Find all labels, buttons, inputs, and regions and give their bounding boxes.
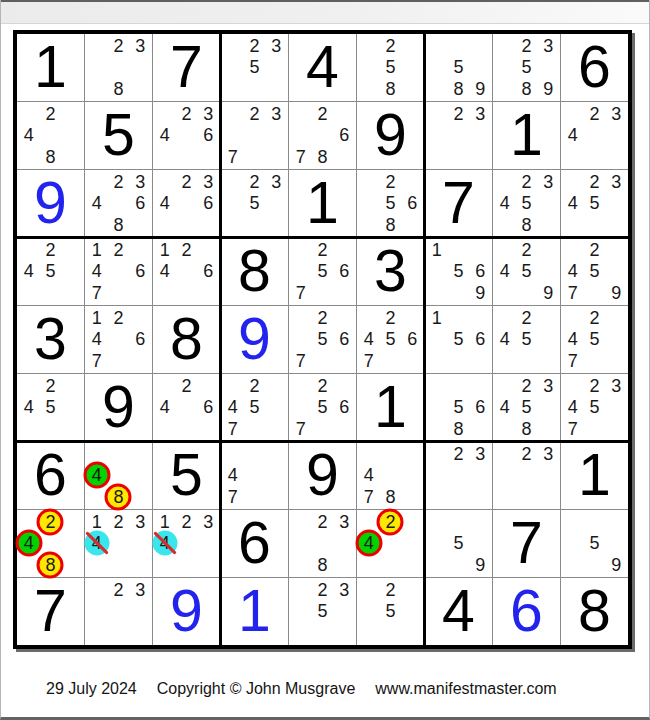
cell-r4c1[interactable]: 245: [17, 238, 84, 305]
candidate-slot-1: [290, 375, 312, 397]
given-digit: 7: [425, 170, 492, 237]
candidate-digit: 7: [364, 488, 374, 506]
candidate-digit: 2: [317, 241, 327, 259]
given-digit: 9: [289, 442, 356, 509]
candidate-slot-6: [129, 465, 151, 487]
candidate-digit: 3: [203, 173, 213, 191]
candidate-digit: 2: [45, 105, 55, 123]
cell-r6c9[interactable]: 23457: [561, 374, 628, 441]
candidate-slot-8: [312, 418, 334, 440]
candidate-digit: 2: [589, 173, 599, 191]
candidate-slot-9: [61, 418, 83, 440]
candidate-digit: 6: [339, 330, 349, 348]
candidate-grid: 24567: [358, 307, 423, 372]
candidate-slot-2: 2: [516, 35, 538, 57]
candidate-digit: 7: [296, 284, 306, 302]
candidate-slot-8: [176, 282, 198, 304]
candidate-slot-2: 2: [380, 579, 402, 601]
candidate-digit: 4: [228, 398, 238, 416]
given-digit: 5: [153, 442, 220, 509]
cell-r3c9[interactable]: 2345: [561, 170, 628, 237]
candidate-digit: 5: [589, 262, 599, 280]
cell-r6c7[interactable]: 568: [425, 374, 492, 441]
candidate-slot-2: 2: [516, 443, 538, 465]
candidate-slot-2: 2: [448, 103, 470, 125]
candidate-digit: 4: [500, 398, 510, 416]
candidate-slot-3: 3: [537, 171, 559, 193]
cell-r8c2[interactable]: 1234: [85, 510, 152, 577]
candidate-slot-1: [290, 511, 312, 533]
candidate-slot-7: 7: [222, 486, 244, 508]
candidate-slot-3: [469, 511, 491, 533]
candidate-slot-3: 3: [197, 103, 219, 125]
candidate-digit: 2: [317, 309, 327, 327]
candidate-slot-2: [380, 443, 402, 465]
candidate-slot-3: [61, 103, 83, 125]
candidate-grid: 2567: [290, 375, 355, 440]
cell-r7c2[interactable]: 48: [85, 442, 152, 509]
candidate-slot-6: [61, 261, 83, 283]
cell-r7c7[interactable]: 23: [425, 442, 492, 509]
candidate-slot-9: [265, 78, 287, 100]
candidate-slot-8: [584, 418, 606, 440]
candidate-digit: 7: [296, 352, 306, 370]
candidate-slot-1: [562, 239, 584, 261]
candidate-slot-1: [562, 171, 584, 193]
candidate-slot-3: 3: [197, 511, 219, 533]
candidate-slot-6: [333, 533, 355, 555]
cell-r5c7[interactable]: 156: [425, 306, 492, 373]
candidate-slot-1: 1: [86, 307, 108, 329]
candidate-slot-2: 2: [176, 375, 198, 397]
cell-r9c8[interactable]: 6: [493, 578, 560, 645]
cell-r1c8[interactable]: 23589: [493, 34, 560, 101]
cell-r6c1[interactable]: 245: [17, 374, 84, 441]
candidate-slot-1: [358, 579, 380, 601]
candidate-slot-2: 2: [244, 171, 266, 193]
cell-r9c2[interactable]: 23: [85, 578, 152, 645]
candidate-slot-2: 2: [108, 307, 130, 329]
candidate-slot-1: [86, 35, 108, 57]
candidate-slot-4: [358, 601, 380, 623]
candidate-slot-5: 5: [244, 397, 266, 419]
cell-r3c2[interactable]: 23468: [85, 170, 152, 237]
candidate-slot-2: 2: [108, 35, 130, 57]
cell-r5c2[interactable]: 12467: [85, 306, 152, 373]
candidate-slot-7: [426, 350, 448, 372]
candidate-slot-3: [469, 239, 491, 261]
candidate-slot-5: 5: [448, 329, 470, 351]
cell-r3c3[interactable]: 2346: [153, 170, 220, 237]
candidate-slot-3: [129, 307, 151, 329]
candidate-slot-7: 7: [358, 350, 380, 372]
candidate-digit: 6: [135, 330, 145, 348]
candidate-slot-8: [108, 622, 130, 644]
candidate-slot-4: 4: [358, 329, 380, 351]
cell-r1c4[interactable]: 235: [221, 34, 288, 101]
candidate-slot-9: [129, 350, 151, 372]
cell-r6c5[interactable]: 2567: [289, 374, 356, 441]
candidate-grid: 568: [426, 375, 491, 440]
candidate-digit: 4: [500, 330, 510, 348]
candidate-slot-3: 3: [605, 375, 627, 397]
candidate-grid: 23457: [562, 375, 627, 440]
candidate-slot-4: [358, 57, 380, 79]
candidate-grid: 248: [18, 511, 83, 576]
given-digit: 4: [289, 34, 356, 101]
candidate-digit: 9: [543, 80, 553, 98]
candidate-slot-8: 8: [312, 146, 334, 168]
candidate-slot-4: 4: [86, 465, 108, 487]
candidate-slot-5: 5: [516, 397, 538, 419]
cell-r4c7[interactable]: 1569: [425, 238, 492, 305]
sudoku-board: 1238723542585892358962485234623726789231…: [13, 30, 632, 649]
cell-r1c9[interactable]: 6: [561, 34, 628, 101]
candidate-slot-3: [61, 239, 83, 261]
cell-r8c3[interactable]: 1234: [153, 510, 220, 577]
candidate-digit: 5: [249, 194, 259, 212]
candidate-slot-4: 4: [154, 193, 176, 215]
candidate-digit: 2: [385, 37, 395, 55]
candidate-slot-3: [333, 307, 355, 329]
candidate-digit: 5: [521, 398, 531, 416]
cell-r2c4[interactable]: 237: [221, 102, 288, 169]
candidate-slot-2: 2: [176, 103, 198, 125]
cell-r7c1[interactable]: 6: [17, 442, 84, 509]
candidate-slot-7: 7: [290, 146, 312, 168]
candidate-digit: 3: [339, 581, 349, 599]
cell-r5c8[interactable]: 245: [493, 306, 560, 373]
candidate-digit: 5: [317, 262, 327, 280]
candidate-grid: 12467: [86, 239, 151, 304]
cell-r4c4[interactable]: 8: [221, 238, 288, 305]
cell-r9c9[interactable]: 8: [561, 578, 628, 645]
candidate-slot-6: 6: [469, 329, 491, 351]
candidate-digit: 2: [521, 173, 531, 191]
candidate-digit: 4: [500, 262, 510, 280]
cell-r7c4[interactable]: 47: [221, 442, 288, 509]
candidate-slot-3: [605, 307, 627, 329]
given-digit: 8: [221, 238, 288, 305]
candidate-slot-5: 5: [516, 329, 538, 351]
candidate-slot-2: [244, 443, 266, 465]
cell-r5c5[interactable]: 2567: [289, 306, 356, 373]
candidate-grid: 245: [18, 239, 83, 304]
candidate-slot-1: [426, 443, 448, 465]
candidate-digit: 2: [521, 309, 531, 327]
candidate-digit: 4: [160, 194, 170, 212]
candidate-grid: 2568: [358, 171, 423, 236]
candidate-digit: 2: [589, 309, 599, 327]
candidate-slot-7: [426, 146, 448, 168]
candidate-slot-3: 3: [129, 511, 151, 533]
candidate-digit: 4: [24, 398, 34, 416]
candidate-digit: 6: [203, 126, 213, 144]
candidate-slot-5: [448, 125, 470, 147]
candidate-slot-6: [61, 125, 83, 147]
cell-r8c1[interactable]: 248: [17, 510, 84, 577]
candidate-slot-5: [244, 125, 266, 147]
candidate-slot-7: [290, 554, 312, 576]
candidate-slot-3: [537, 307, 559, 329]
candidate-digit: 3: [611, 377, 621, 395]
cell-r1c7[interactable]: 589: [425, 34, 492, 101]
candidate-slot-3: [469, 307, 491, 329]
candidate-grid: 478: [358, 443, 423, 508]
candidate-digit: 6: [475, 398, 485, 416]
candidate-slot-5: [40, 125, 62, 147]
candidate-slot-1: [494, 171, 516, 193]
given-digit: 6: [221, 510, 288, 577]
candidate-slot-3: [537, 239, 559, 261]
cell-r2c1[interactable]: 248: [17, 102, 84, 169]
cell-r7c5[interactable]: 9: [289, 442, 356, 509]
candidate-slot-8: 8: [448, 78, 470, 100]
cell-r1c2[interactable]: 238: [85, 34, 152, 101]
candidate-grid: 59: [562, 511, 627, 576]
candidate-slot-1: [86, 171, 108, 193]
cell-r9c4[interactable]: 1: [221, 578, 288, 645]
candidate-digit: 4: [568, 398, 578, 416]
candidate-slot-1: [358, 171, 380, 193]
candidate-slot-6: 6: [197, 193, 219, 215]
candidate-slot-2: 2: [312, 103, 334, 125]
candidate-digit: 2: [385, 581, 395, 599]
candidate-digit: 5: [453, 262, 463, 280]
candidate-slot-7: [86, 554, 108, 576]
candidate-slot-4: 4: [154, 261, 176, 283]
candidate-slot-5: [584, 125, 606, 147]
candidate-digit: 6: [475, 262, 485, 280]
candidate-slot-4: [222, 57, 244, 79]
candidate-slot-1: [494, 375, 516, 397]
candidate-digit: 5: [385, 330, 395, 348]
cell-r1c3[interactable]: 7: [153, 34, 220, 101]
candidate-slot-1: [18, 103, 40, 125]
cell-r8c7[interactable]: 59: [425, 510, 492, 577]
candidate-digit: 4: [160, 262, 170, 280]
candidate-grid: 589: [426, 35, 491, 100]
candidate-slot-9: [401, 554, 423, 576]
cell-r4c3[interactable]: 1246: [153, 238, 220, 305]
cell-r4c9[interactable]: 24579: [561, 238, 628, 305]
candidate-slot-9: [401, 486, 423, 508]
candidate-grid: 23: [426, 443, 491, 508]
candidate-slot-6: [333, 601, 355, 623]
candidate-slot-1: [562, 103, 584, 125]
footer-date: 29 July 2024: [46, 680, 137, 697]
candidate-slot-5: [312, 125, 334, 147]
cell-r4c2[interactable]: 12467: [85, 238, 152, 305]
cell-r5c3[interactable]: 8: [153, 306, 220, 373]
candidate-slot-9: [401, 214, 423, 236]
cell-r7c6[interactable]: 478: [357, 442, 424, 509]
cell-r3c5[interactable]: 1: [289, 170, 356, 237]
candidate-slot-7: [86, 622, 108, 644]
cell-r9c3[interactable]: 9: [153, 578, 220, 645]
cell-r9c7[interactable]: 4: [425, 578, 492, 645]
candidate-slot-4: 4: [18, 125, 40, 147]
candidate-digit: 5: [317, 602, 327, 620]
candidate-slot-8: [244, 78, 266, 100]
cell-r5c6[interactable]: 24567: [357, 306, 424, 373]
cell-r3c1[interactable]: 9: [17, 170, 84, 237]
cell-r1c6[interactable]: 258: [357, 34, 424, 101]
candidate-digit: 8: [521, 216, 531, 234]
cell-r8c9[interactable]: 59: [561, 510, 628, 577]
box-divider-horizontal-2: [16, 440, 629, 443]
candidate-digit: 1: [92, 241, 102, 259]
candidate-slot-6: 6: [469, 397, 491, 419]
candidate-digit: 5: [453, 330, 463, 348]
cell-r8c6[interactable]: 24: [357, 510, 424, 577]
candidate-slot-6: [537, 261, 559, 283]
cell-r6c4[interactable]: 2457: [221, 374, 288, 441]
cell-r2c6[interactable]: 9: [357, 102, 424, 169]
cell-r1c5[interactable]: 4: [289, 34, 356, 101]
candidate-slot-6: [469, 465, 491, 487]
cell-r5c1[interactable]: 3: [17, 306, 84, 373]
candidate-slot-6: 6: [333, 261, 355, 283]
candidate-slot-5: 5: [380, 193, 402, 215]
box-divider-vertical-1: [219, 33, 222, 646]
cell-r2c7[interactable]: 23: [425, 102, 492, 169]
cell-r3c7[interactable]: 7: [425, 170, 492, 237]
cell-r7c3[interactable]: 5: [153, 442, 220, 509]
candidate-grid: 2457: [222, 375, 287, 440]
candidate-slot-6: [61, 397, 83, 419]
candidate-slot-3: [333, 239, 355, 261]
candidate-slot-2: 2: [40, 375, 62, 397]
candidate-slot-3: [605, 239, 627, 261]
cell-r6c2[interactable]: 9: [85, 374, 152, 441]
candidate-slot-4: 4: [494, 329, 516, 351]
given-digit: 3: [357, 238, 424, 305]
candidate-slot-4: [86, 57, 108, 79]
candidate-digit: 3: [543, 377, 553, 395]
candidate-digit: 2: [181, 513, 191, 531]
cell-r8c8[interactable]: 7: [493, 510, 560, 577]
candidate-slot-3: [469, 375, 491, 397]
candidate-grid: 2345: [562, 171, 627, 236]
candidate-grid: 238: [86, 35, 151, 100]
candidate-slot-3: [129, 443, 151, 465]
cell-r3c4[interactable]: 235: [221, 170, 288, 237]
cell-r2c8[interactable]: 1: [493, 102, 560, 169]
candidate-slot-7: [154, 418, 176, 440]
candidate-slot-8: [40, 418, 62, 440]
cell-r1c1[interactable]: 1: [17, 34, 84, 101]
candidate-slot-4: 4: [86, 533, 108, 555]
candidate-slot-5: [108, 193, 130, 215]
candidate-slot-9: [265, 146, 287, 168]
candidate-slot-1: [358, 307, 380, 329]
candidate-digit: 5: [385, 58, 395, 76]
candidate-slot-5: 5: [380, 601, 402, 623]
candidate-digit: 2: [113, 37, 123, 55]
cell-r3c8[interactable]: 23458: [493, 170, 560, 237]
cell-r4c8[interactable]: 2459: [493, 238, 560, 305]
candidate-slot-5: 5: [448, 57, 470, 79]
candidate-grid: 23: [86, 579, 151, 644]
given-digit: 8: [561, 578, 628, 645]
candidate-slot-6: [401, 601, 423, 623]
candidate-slot-4: [358, 193, 380, 215]
candidate-grid: 24: [358, 511, 423, 576]
cell-r2c3[interactable]: 2346: [153, 102, 220, 169]
cell-r7c9[interactable]: 1: [561, 442, 628, 509]
candidate-slot-5: 5: [244, 193, 266, 215]
cell-r6c8[interactable]: 23458: [493, 374, 560, 441]
candidate-slot-5: [380, 533, 402, 555]
cell-r9c5[interactable]: 235: [289, 578, 356, 645]
candidate-slot-6: 6: [197, 125, 219, 147]
cell-r4c6[interactable]: 3: [357, 238, 424, 305]
candidate-slot-9: [605, 350, 627, 372]
candidate-slot-2: 2: [244, 35, 266, 57]
candidate-slot-1: [358, 35, 380, 57]
candidate-digit: 7: [228, 148, 238, 166]
candidate-slot-3: 3: [265, 171, 287, 193]
cell-r4c5[interactable]: 2567: [289, 238, 356, 305]
solved-digit: 9: [153, 578, 220, 645]
candidate-digit: 2: [385, 173, 395, 191]
candidate-slot-6: 6: [469, 261, 491, 283]
candidate-grid: 12467: [86, 307, 151, 372]
candidate-digit: 2: [181, 173, 191, 191]
cell-r2c9[interactable]: 234: [561, 102, 628, 169]
cell-r2c5[interactable]: 2678: [289, 102, 356, 169]
candidate-slot-8: 8: [108, 78, 130, 100]
candidate-slot-1: [290, 239, 312, 261]
candidate-slot-3: [129, 239, 151, 261]
candidate-slot-2: 2: [584, 103, 606, 125]
candidate-slot-9: [469, 146, 491, 168]
cell-r8c5[interactable]: 238: [289, 510, 356, 577]
cell-r5c4[interactable]: 9: [221, 306, 288, 373]
cell-r9c6[interactable]: 25: [357, 578, 424, 645]
candidate-slot-8: 8: [516, 78, 538, 100]
candidate-slot-2: 2: [516, 239, 538, 261]
candidate-slot-1: [562, 511, 584, 533]
cell-r3c6[interactable]: 2568: [357, 170, 424, 237]
candidate-digit: 6: [135, 194, 145, 212]
candidate-slot-6: [401, 465, 423, 487]
candidate-slot-7: 7: [290, 282, 312, 304]
cell-r9c1[interactable]: 7: [17, 578, 84, 645]
candidate-digit: 3: [611, 105, 621, 123]
candidate-grid: 23468: [86, 171, 151, 236]
candidate-slot-3: 3: [605, 171, 627, 193]
candidate-slot-4: 4: [154, 397, 176, 419]
candidate-digit: 5: [317, 330, 327, 348]
cell-r7c8[interactable]: 23: [493, 442, 560, 509]
candidate-slot-4: [426, 397, 448, 419]
cell-r2c2[interactable]: 5: [85, 102, 152, 169]
candidate-grid: 2346: [154, 171, 219, 236]
candidate-slot-6: [537, 329, 559, 351]
cell-r6c6[interactable]: 1: [357, 374, 424, 441]
cell-r5c9[interactable]: 2457: [561, 306, 628, 373]
candidate-slot-9: [333, 282, 355, 304]
candidate-slot-9: [129, 214, 151, 236]
cell-r8c4[interactable]: 6: [221, 510, 288, 577]
candidate-slot-1: [18, 239, 40, 261]
cell-r6c3[interactable]: 246: [153, 374, 220, 441]
candidate-slot-1: [358, 443, 380, 465]
candidate-slot-2: 2: [448, 443, 470, 465]
candidate-digit: 2: [113, 309, 123, 327]
